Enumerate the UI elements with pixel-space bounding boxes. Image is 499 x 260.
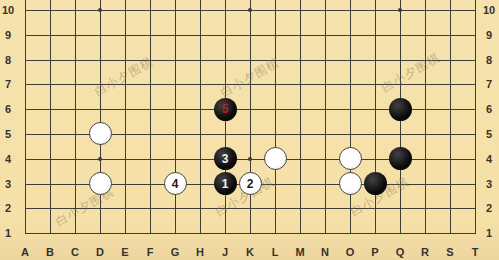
black-stone (364, 172, 387, 195)
board-grid: 42531 (13, 0, 488, 246)
move-number: 1 (222, 178, 229, 190)
move-number: 3 (222, 153, 229, 165)
row-label-right: 7 (486, 78, 492, 90)
column-label: H (196, 246, 204, 258)
row-label-right: 5 (486, 128, 492, 140)
column-label: A (21, 246, 29, 258)
white-stone: 2 (239, 172, 262, 195)
row-label-right: 8 (486, 54, 492, 66)
move-number: 2 (247, 178, 254, 190)
black-stone (389, 98, 412, 121)
row-label-left: 1 (5, 227, 11, 239)
row-label-right: 6 (486, 103, 492, 115)
star-point (248, 8, 252, 12)
row-label-left: 3 (5, 178, 11, 190)
row-label-left: 4 (5, 153, 11, 165)
column-label: Q (396, 246, 405, 258)
column-label: K (246, 246, 254, 258)
column-label: O (346, 246, 355, 258)
column-label: P (371, 246, 378, 258)
row-label-right: 3 (486, 178, 492, 190)
move-number: 4 (172, 178, 179, 190)
column-label: E (121, 246, 128, 258)
row-label-right: 1 (486, 227, 492, 239)
column-label: J (222, 246, 228, 258)
black-stone: 3 (214, 147, 237, 170)
column-label: D (96, 246, 104, 258)
column-label: L (272, 246, 279, 258)
black-stone (389, 147, 412, 170)
star-point (98, 8, 102, 12)
row-label-right: 2 (486, 202, 492, 214)
row-label-left: 5 (5, 128, 11, 140)
row-label-left: 8 (5, 54, 11, 66)
go-diagram: 白小夕围棋白小夕围棋白小夕围棋白小夕围棋白小夕围棋白小夕围棋 42531 ABC… (0, 0, 499, 260)
white-stone (339, 147, 362, 170)
white-stone (89, 172, 112, 195)
row-label-left: 10 (2, 4, 14, 16)
column-label: G (171, 246, 180, 258)
black-stone: 1 (214, 172, 237, 195)
star-point (248, 157, 252, 161)
row-label-left: 2 (5, 202, 11, 214)
star-point (98, 157, 102, 161)
row-label-right: 4 (486, 153, 492, 165)
white-stone (264, 147, 287, 170)
row-label-left: 6 (5, 103, 11, 115)
row-label-left: 7 (5, 78, 11, 90)
go-board: 白小夕围棋白小夕围棋白小夕围棋白小夕围棋白小夕围棋白小夕围棋 42531 ABC… (0, 0, 499, 260)
column-label: C (71, 246, 79, 258)
black-stone: 5 (214, 98, 237, 121)
white-stone (339, 172, 362, 195)
column-label: T (472, 246, 479, 258)
move-number: 5 (222, 103, 229, 115)
column-label: B (46, 246, 54, 258)
white-stone: 4 (164, 172, 187, 195)
column-label: R (421, 246, 429, 258)
star-point (398, 8, 402, 12)
column-label: M (295, 246, 304, 258)
white-stone (89, 122, 112, 145)
column-label: S (446, 246, 453, 258)
row-label-right: 9 (486, 29, 492, 41)
row-label-right: 10 (483, 4, 495, 16)
column-label: F (147, 246, 154, 258)
column-label: N (321, 246, 329, 258)
row-label-left: 9 (5, 29, 11, 41)
